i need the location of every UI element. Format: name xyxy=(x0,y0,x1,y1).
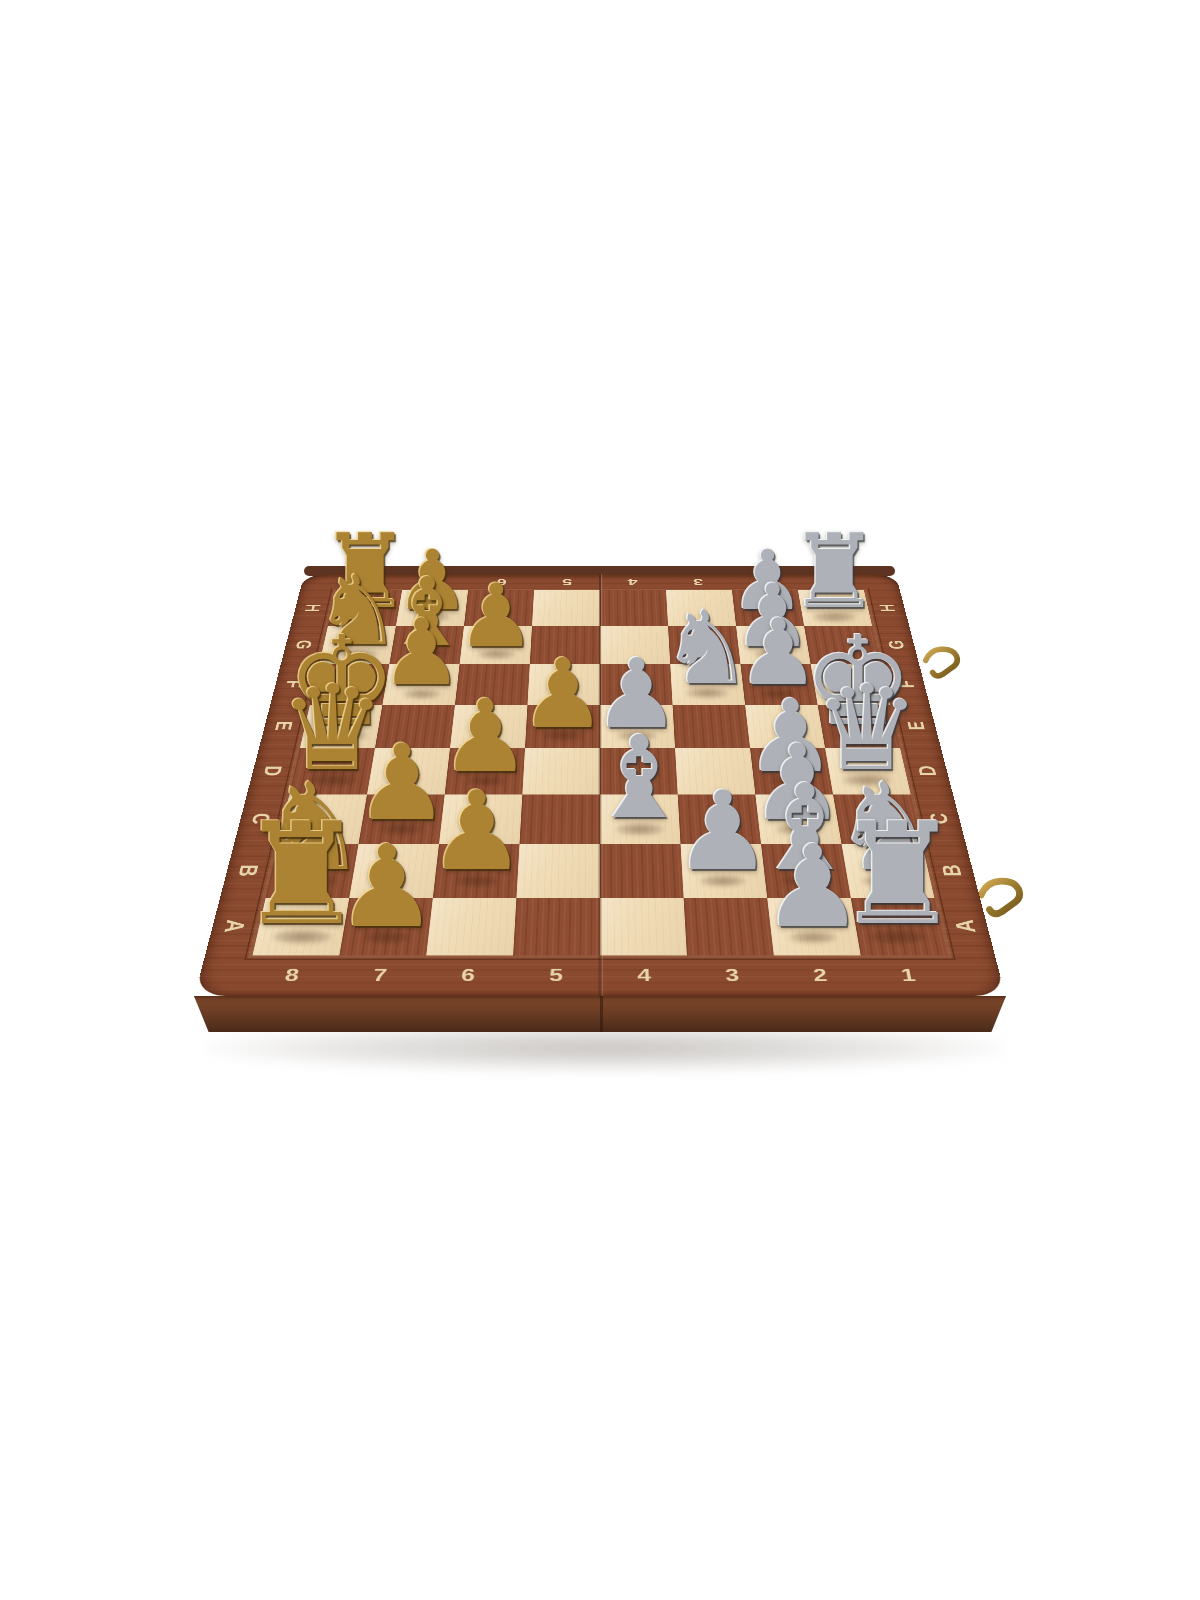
square-a7 xyxy=(339,898,433,956)
square-e8 xyxy=(300,705,382,748)
label-rank-bottom-5: 5 xyxy=(540,964,573,987)
square-g1 xyxy=(804,626,881,664)
square-c4 xyxy=(600,794,681,844)
label-rank-bottom-7: 7 xyxy=(362,964,397,987)
square-c1 xyxy=(833,794,922,844)
square-b5 xyxy=(516,844,600,898)
label-file-left-F: F xyxy=(280,677,310,692)
square-h5 xyxy=(532,590,600,626)
square-g5 xyxy=(530,626,600,664)
square-f7 xyxy=(382,664,459,705)
square-g8 xyxy=(319,626,396,664)
board-photo: 8877665544332211HHGGFFEEDDCCBBAA ♜♟♟♜♞♝♟… xyxy=(0,0,1200,1600)
square-h8 xyxy=(328,590,402,626)
square-f1 xyxy=(811,664,890,705)
label-file-right-E: E xyxy=(901,718,932,734)
square-f5 xyxy=(527,664,600,705)
square-g4 xyxy=(600,626,670,664)
board-frame: 8877665544332211HHGGFFEEDDCCBBAA xyxy=(195,574,1006,996)
square-c7 xyxy=(358,794,444,844)
square-d8 xyxy=(289,748,375,794)
square-d1 xyxy=(825,748,911,794)
label-rank-top-3: 3 xyxy=(686,576,711,588)
square-c5 xyxy=(519,794,600,844)
square-b3 xyxy=(681,844,768,898)
square-b1 xyxy=(842,844,935,898)
square-d5 xyxy=(522,748,600,794)
square-a2 xyxy=(767,898,861,956)
label-file-left-B: B xyxy=(231,861,266,881)
label-rank-bottom-3: 3 xyxy=(715,964,749,987)
square-g7 xyxy=(389,626,464,664)
brass-latch-icon xyxy=(978,876,1024,920)
square-e5 xyxy=(525,705,600,748)
square-g2 xyxy=(736,626,811,664)
label-file-left-E: E xyxy=(269,718,300,734)
label-rank-bottom-4: 4 xyxy=(628,964,661,987)
label-rank-top-7: 7 xyxy=(423,576,449,588)
square-b2 xyxy=(761,844,851,898)
label-rank-bottom-2: 2 xyxy=(803,964,838,987)
square-e7 xyxy=(375,705,455,748)
square-a6 xyxy=(426,898,516,956)
square-h3 xyxy=(666,590,736,626)
square-b4 xyxy=(600,844,684,898)
label-rank-bottom-8: 8 xyxy=(273,964,310,987)
square-f3 xyxy=(670,664,745,705)
square-d2 xyxy=(750,748,833,794)
label-file-left-D: D xyxy=(257,762,289,779)
square-h6 xyxy=(464,590,534,626)
label-file-left-A: A xyxy=(217,916,253,937)
label-file-left-C: C xyxy=(245,810,278,828)
square-f8 xyxy=(310,664,389,705)
square-f2 xyxy=(740,664,817,705)
square-d3 xyxy=(675,748,755,794)
square-g6 xyxy=(460,626,532,664)
square-e2 xyxy=(745,705,825,748)
square-g3 xyxy=(668,626,740,664)
label-file-right-F: F xyxy=(891,677,921,692)
label-file-right-H: H xyxy=(873,601,901,614)
folding-seam xyxy=(598,574,601,996)
square-e6 xyxy=(450,705,527,748)
square-a5 xyxy=(513,898,600,956)
square-d7 xyxy=(367,748,450,794)
square-b8 xyxy=(266,844,359,898)
label-file-left-H: H xyxy=(299,601,327,614)
square-e3 xyxy=(673,705,750,748)
label-rank-bottom-1: 1 xyxy=(890,964,927,987)
square-c6 xyxy=(439,794,522,844)
chess-board: 8877665544332211HHGGFFEEDDCCBBAA xyxy=(258,410,942,1094)
square-d4 xyxy=(600,748,678,794)
square-h2 xyxy=(732,590,804,626)
square-h7 xyxy=(396,590,468,626)
label-rank-bottom-6: 6 xyxy=(451,964,485,987)
label-rank-top-5: 5 xyxy=(555,576,579,588)
square-a1 xyxy=(851,898,948,956)
square-c2 xyxy=(755,794,841,844)
square-c3 xyxy=(678,794,761,844)
square-e4 xyxy=(600,705,675,748)
square-b7 xyxy=(349,844,439,898)
square-a3 xyxy=(684,898,774,956)
label-rank-top-1: 1 xyxy=(816,576,842,588)
front-edge-seam xyxy=(600,996,603,1032)
square-d6 xyxy=(445,748,525,794)
label-file-right-D: D xyxy=(911,762,943,779)
board-front-side-edge xyxy=(194,996,1006,1032)
label-file-left-G: G xyxy=(290,638,319,652)
square-f6 xyxy=(455,664,530,705)
label-rank-top-2: 2 xyxy=(751,576,777,588)
square-a4 xyxy=(600,898,687,956)
label-rank-top-6: 6 xyxy=(489,576,514,588)
square-b6 xyxy=(433,844,520,898)
label-rank-top-4: 4 xyxy=(621,576,645,588)
square-f4 xyxy=(600,664,673,705)
square-h1 xyxy=(798,590,872,626)
label-file-right-A: A xyxy=(947,916,983,937)
square-c8 xyxy=(278,794,367,844)
label-file-right-G: G xyxy=(882,638,911,652)
label-rank-top-8: 8 xyxy=(357,576,383,588)
square-a8 xyxy=(252,898,349,956)
square-h4 xyxy=(600,590,668,626)
square-e1 xyxy=(818,705,900,748)
label-file-right-C: C xyxy=(922,810,955,828)
label-file-right-B: B xyxy=(934,861,969,881)
